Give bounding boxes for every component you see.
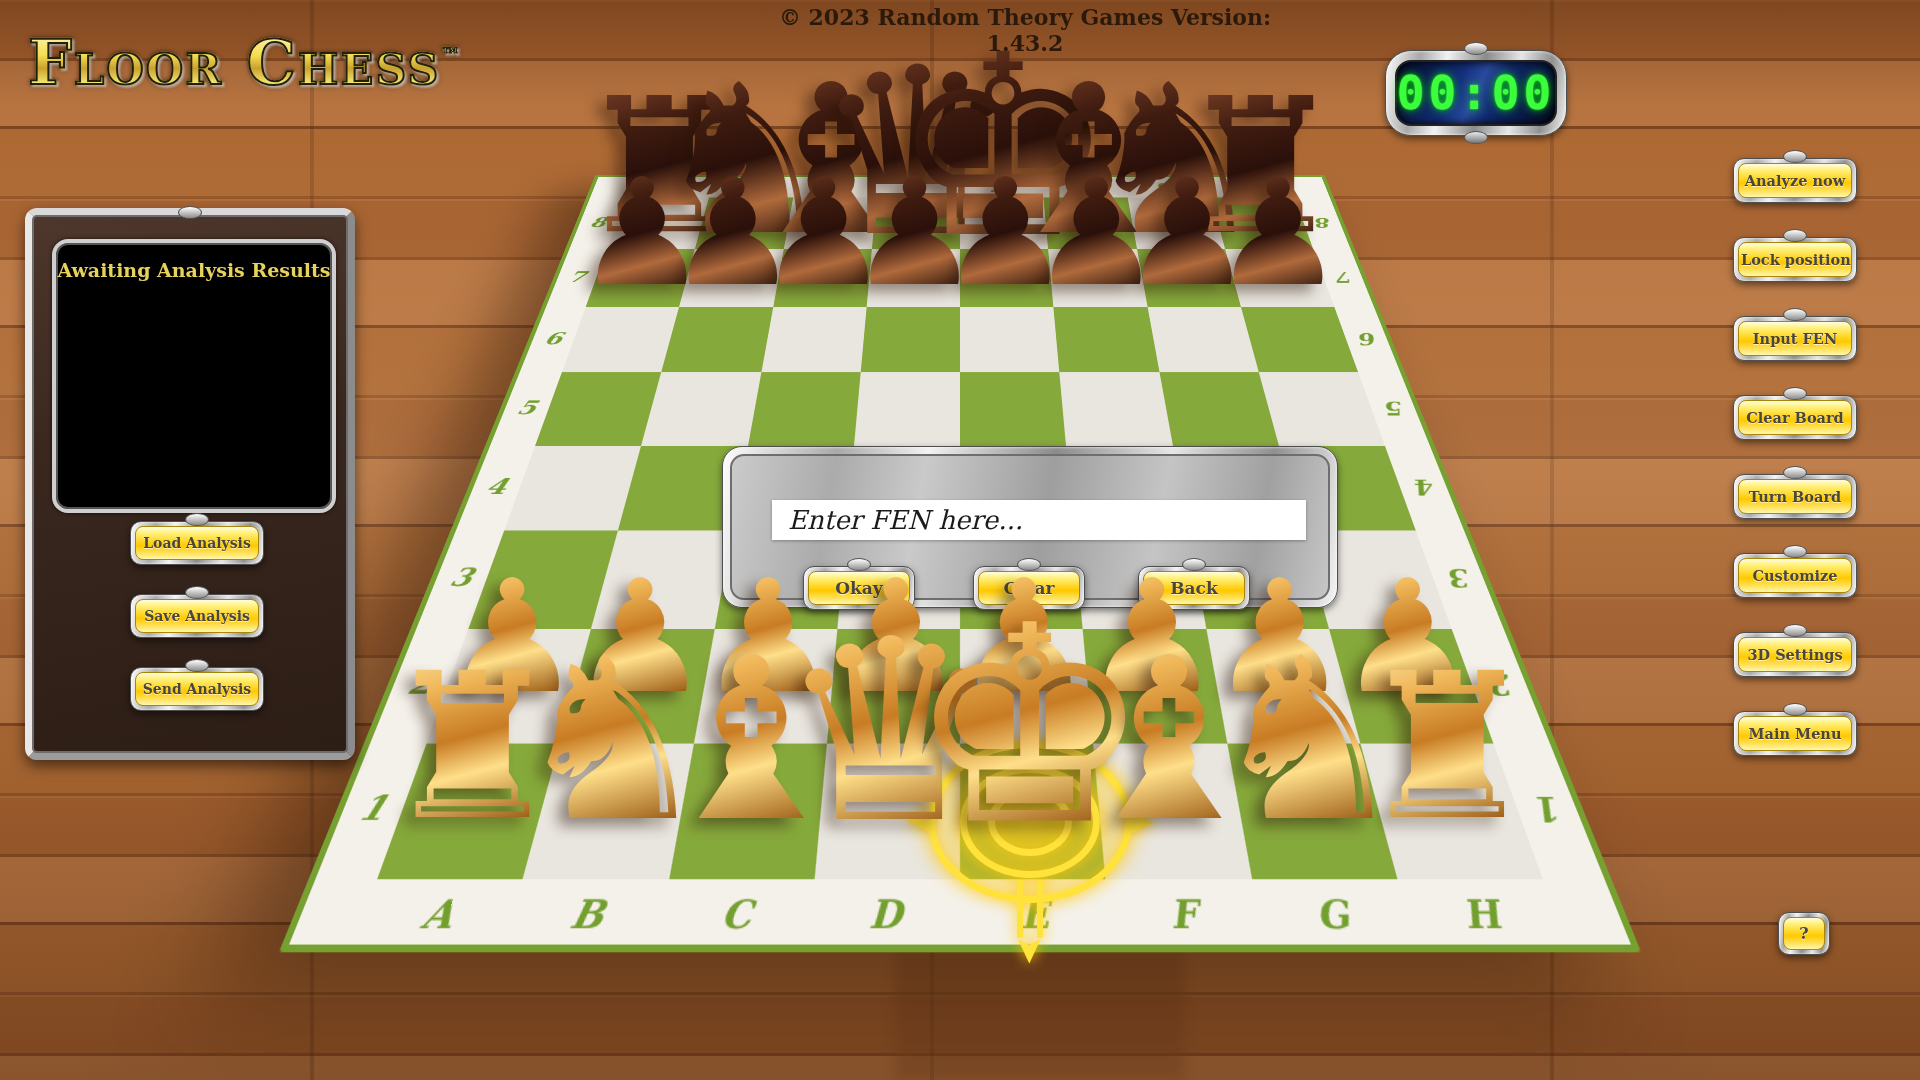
square-c5[interactable] [748, 372, 861, 446]
file-label-bottom-g: G [1251, 879, 1417, 952]
main-menu-label: Main Menu [1738, 716, 1852, 751]
file-label-bottom-b: B [503, 879, 669, 952]
file-label-bottom-a: A [351, 879, 523, 952]
square-d5[interactable] [854, 372, 960, 446]
input-fen-button[interactable]: Input FEN [1733, 316, 1857, 361]
piece-black-pawn-h7[interactable]: ♟ [1212, 159, 1345, 307]
file-label-bottom-f: F [1106, 879, 1265, 952]
clear-board-label: Clear Board [1738, 400, 1852, 435]
app-logo: Floor Chess™ [28, 26, 462, 99]
square-f5[interactable] [1060, 372, 1173, 446]
app-title: Floor Chess [28, 26, 440, 99]
analysis-status-text: Awaiting Analysis Results [56, 259, 332, 281]
clear-board-button[interactable]: Clear Board [1733, 395, 1857, 440]
piece-white-rook-h1[interactable]: ♜ [1357, 647, 1538, 849]
turn-board-button[interactable]: Turn Board [1733, 474, 1857, 519]
help-button[interactable]: ? [1778, 912, 1830, 955]
save-analysis-label: Save Analysis [135, 599, 259, 633]
analysis-screen: Awaiting Analysis Results [52, 239, 336, 513]
clock-face: 00:00 [1395, 60, 1557, 126]
file-label-bottom-d: D [808, 879, 960, 952]
send-analysis-button[interactable]: Send Analysis [130, 667, 264, 711]
settings-3d-label: 3D Settings [1738, 637, 1852, 672]
file-label-bottom-e: E [960, 879, 1112, 952]
lock-position-label: Lock position [1738, 242, 1852, 277]
customize-button[interactable]: Customize [1733, 553, 1857, 598]
turn-board-label: Turn Board [1738, 479, 1852, 514]
trademark-mark: ™ [440, 43, 462, 67]
analyze-now-label: Analyze now [1738, 163, 1852, 198]
floor-chess-app: Floor Chess™ © 2023 Random Theory Games … [0, 0, 1920, 1080]
right-menu: Analyze now Lock position Input FEN Clea… [1733, 158, 1857, 756]
game-clock: 00:00 [1385, 50, 1567, 136]
fen-input[interactable] [772, 500, 1306, 540]
settings-3d-button[interactable]: 3D Settings [1733, 632, 1857, 677]
square-e5[interactable] [960, 372, 1066, 446]
input-fen-label: Input FEN [1738, 321, 1852, 356]
wood-floor-dark-plank [895, 950, 1185, 1080]
clock-time: 00:00 [1397, 66, 1555, 120]
file-label-bottom-c: C [655, 879, 814, 952]
lock-position-button[interactable]: Lock position [1733, 237, 1857, 282]
analyze-now-button[interactable]: Analyze now [1733, 158, 1857, 203]
file-label-bottom-h: H [1397, 879, 1569, 952]
copyright-text: © 2023 Random Theory Games Version: 1.43… [760, 4, 1290, 56]
save-analysis-button[interactable]: Save Analysis [130, 594, 264, 638]
load-analysis-label: Load Analysis [135, 526, 259, 560]
analysis-panel: Awaiting Analysis Results Load Analysis … [25, 208, 355, 760]
help-button-label: ? [1783, 917, 1825, 950]
send-analysis-label: Send Analysis [135, 672, 259, 706]
square-b5[interactable] [641, 372, 761, 446]
customize-label: Customize [1738, 558, 1852, 593]
main-menu-button[interactable]: Main Menu [1733, 711, 1857, 756]
load-analysis-button[interactable]: Load Analysis [130, 521, 264, 565]
